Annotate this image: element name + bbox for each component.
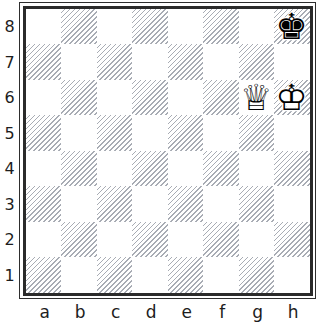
square-g5[interactable]	[239, 115, 275, 151]
file-labels: a b c d e f g h	[27, 299, 311, 325]
square-b5[interactable]	[61, 115, 97, 151]
rank-label-3: 3	[0, 187, 19, 223]
rank-label-8: 8	[0, 9, 19, 45]
square-e3[interactable]	[168, 186, 204, 222]
square-c3[interactable]	[97, 186, 133, 222]
board-frame: ♚♕♔	[19, 2, 316, 299]
square-h7[interactable]	[274, 44, 310, 80]
square-a1[interactable]	[26, 257, 62, 293]
square-b7[interactable]	[61, 44, 97, 80]
file-label-e: e	[169, 299, 205, 325]
file-label-a: a	[27, 299, 63, 325]
white-queen: ♕	[239, 80, 275, 116]
square-f3[interactable]	[203, 186, 239, 222]
square-a8[interactable]	[26, 9, 62, 45]
square-b8[interactable]	[61, 9, 97, 45]
chess-diagram: 8 7 6 5 4 3 2 1 ♚♕♔ a b c d e f g h	[0, 0, 320, 326]
square-c1[interactable]	[97, 257, 133, 293]
square-c6[interactable]	[97, 80, 133, 116]
square-a2[interactable]	[26, 222, 62, 258]
square-h1[interactable]	[274, 257, 310, 293]
square-c2[interactable]	[97, 222, 133, 258]
square-d6[interactable]	[132, 80, 168, 116]
rank-label-6: 6	[0, 80, 19, 116]
file-label-b: b	[63, 299, 99, 325]
square-g8[interactable]	[239, 9, 275, 45]
square-f1[interactable]	[203, 257, 239, 293]
square-e8[interactable]	[168, 9, 204, 45]
square-g4[interactable]	[239, 151, 275, 187]
square-c4[interactable]	[97, 151, 133, 187]
rank-label-7: 7	[0, 45, 19, 81]
file-label-f: f	[205, 299, 241, 325]
square-h2[interactable]	[274, 222, 310, 258]
square-f2[interactable]	[203, 222, 239, 258]
square-g2[interactable]	[239, 222, 275, 258]
square-h3[interactable]	[274, 186, 310, 222]
square-h6[interactable]: ♔	[274, 80, 310, 116]
rank-label-1: 1	[0, 258, 19, 294]
square-f7[interactable]	[203, 44, 239, 80]
square-c7[interactable]	[97, 44, 133, 80]
square-f4[interactable]	[203, 151, 239, 187]
board-border: ♚♕♔	[23, 6, 313, 296]
square-d1[interactable]	[132, 257, 168, 293]
rank-labels: 8 7 6 5 4 3 2 1	[0, 9, 19, 293]
black-king: ♚	[274, 9, 310, 45]
square-a7[interactable]	[26, 44, 62, 80]
rank-label-5: 5	[0, 116, 19, 152]
square-g3[interactable]	[239, 186, 275, 222]
file-label-c: c	[98, 299, 134, 325]
square-b1[interactable]	[61, 257, 97, 293]
square-d4[interactable]	[132, 151, 168, 187]
file-label-g: g	[240, 299, 276, 325]
square-f5[interactable]	[203, 115, 239, 151]
board: ♚♕♔	[26, 9, 310, 293]
square-e4[interactable]	[168, 151, 204, 187]
rank-label-4: 4	[0, 151, 19, 187]
file-label-h: h	[276, 299, 312, 325]
square-c5[interactable]	[97, 115, 133, 151]
square-b4[interactable]	[61, 151, 97, 187]
square-a3[interactable]	[26, 186, 62, 222]
square-e6[interactable]	[168, 80, 204, 116]
square-h8[interactable]: ♚	[274, 9, 310, 45]
square-f8[interactable]	[203, 9, 239, 45]
square-e1[interactable]	[168, 257, 204, 293]
rank-label-2: 2	[0, 222, 19, 258]
square-b3[interactable]	[61, 186, 97, 222]
square-e5[interactable]	[168, 115, 204, 151]
square-e2[interactable]	[168, 222, 204, 258]
square-h5[interactable]	[274, 115, 310, 151]
square-b2[interactable]	[61, 222, 97, 258]
square-h4[interactable]	[274, 151, 310, 187]
square-a5[interactable]	[26, 115, 62, 151]
square-d8[interactable]	[132, 9, 168, 45]
square-a4[interactable]	[26, 151, 62, 187]
square-g7[interactable]	[239, 44, 275, 80]
square-c8[interactable]	[97, 9, 133, 45]
square-g6[interactable]: ♕	[239, 80, 275, 116]
square-f6[interactable]	[203, 80, 239, 116]
square-b6[interactable]	[61, 80, 97, 116]
square-g1[interactable]	[239, 257, 275, 293]
square-d7[interactable]	[132, 44, 168, 80]
square-d2[interactable]	[132, 222, 168, 258]
square-d3[interactable]	[132, 186, 168, 222]
file-label-d: d	[134, 299, 170, 325]
square-e7[interactable]	[168, 44, 204, 80]
square-a6[interactable]	[26, 80, 62, 116]
square-d5[interactable]	[132, 115, 168, 151]
white-king: ♔	[274, 80, 310, 116]
